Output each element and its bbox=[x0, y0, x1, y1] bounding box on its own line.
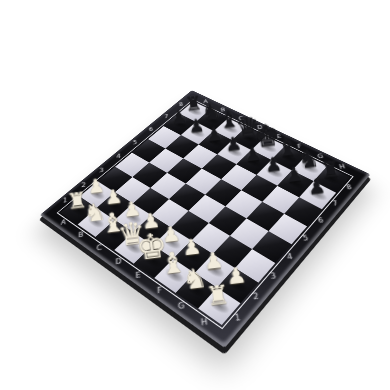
rank-label-5: 5 bbox=[303, 236, 310, 243]
playing-area: ♜♞♝♛♚♝♞♜♟♟♟♟♟♟♟♟♟♟♟♟♟♟♟♟♜♞♝♛♚♝♞♜ bbox=[61, 101, 350, 325]
file-label-g: G bbox=[178, 302, 185, 310]
rank-label-6: 6 bbox=[149, 128, 153, 133]
file-label-f: F bbox=[297, 144, 302, 149]
rank-label-5: 5 bbox=[133, 141, 137, 146]
file-label-e: E bbox=[136, 272, 141, 279]
file-label-c: C bbox=[238, 116, 243, 121]
rank-label-2: 2 bbox=[253, 293, 260, 301]
rank-label-8: 8 bbox=[346, 185, 353, 191]
chess-board: ABCDEFGH ABCDEFGH 87654321 87654321 ♜♞♝♛… bbox=[40, 90, 371, 348]
rank-label-1: 1 bbox=[235, 315, 242, 323]
rank-label-7: 7 bbox=[332, 201, 339, 207]
rank-label-3: 3 bbox=[99, 168, 104, 174]
file-label-d: D bbox=[257, 125, 263, 130]
file-label-d: D bbox=[115, 258, 121, 265]
file-label-b: B bbox=[78, 232, 84, 239]
rank-label-4: 4 bbox=[117, 154, 121, 159]
file-label-h: H bbox=[201, 319, 208, 328]
file-label-b: B bbox=[221, 108, 226, 113]
file-label-c: C bbox=[96, 245, 102, 252]
file-label-a: A bbox=[203, 100, 208, 105]
square-d5 bbox=[186, 169, 221, 195]
file-label-f: F bbox=[157, 287, 162, 295]
rank-label-4: 4 bbox=[287, 254, 294, 261]
rank-label-6: 6 bbox=[318, 218, 325, 225]
perspective-scene: ABCDEFGH ABCDEFGH 87654321 87654321 ♜♞♝♛… bbox=[0, 0, 390, 390]
rank-label-8: 8 bbox=[179, 103, 183, 108]
chess-set-product-photo: ABCDEFGH ABCDEFGH 87654321 87654321 ♜♞♝♛… bbox=[0, 0, 390, 390]
camera-tilt: ABCDEFGH ABCDEFGH 87654321 87654321 ♜♞♝♛… bbox=[0, 0, 390, 390]
rank-label-7: 7 bbox=[164, 115, 168, 120]
file-label-a: A bbox=[61, 220, 67, 226]
rank-label-3: 3 bbox=[270, 273, 277, 281]
